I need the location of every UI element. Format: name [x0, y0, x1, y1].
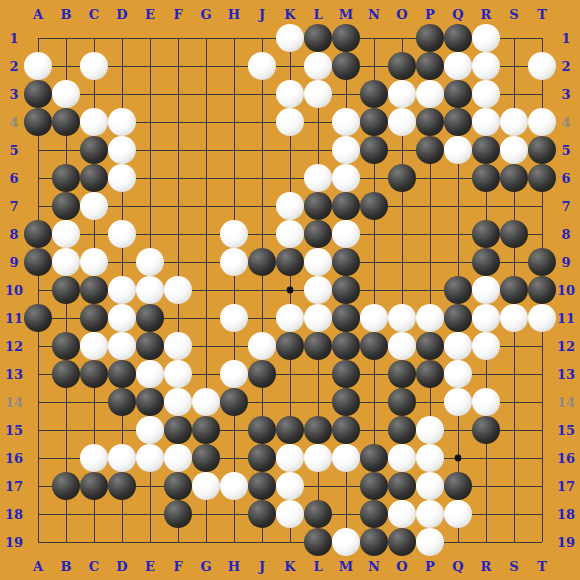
- black-stone-N12: [360, 332, 388, 360]
- col-label-bottom-A: A: [33, 560, 43, 573]
- white-stone-D6: [108, 164, 136, 192]
- black-stone-S10: [500, 276, 528, 304]
- black-stone-T10: [528, 276, 556, 304]
- white-stone-F10: [164, 276, 192, 304]
- white-stone-P15: [416, 416, 444, 444]
- black-stone-A4: [24, 108, 52, 136]
- white-stone-Q5: [444, 136, 472, 164]
- col-label-bottom-E: E: [145, 560, 155, 573]
- black-stone-A8: [24, 220, 52, 248]
- white-stone-P19: [416, 528, 444, 556]
- white-stone-Q14: [444, 388, 472, 416]
- white-stone-D4: [108, 108, 136, 136]
- black-stone-N17: [360, 472, 388, 500]
- black-stone-C17: [80, 472, 108, 500]
- black-stone-H14: [220, 388, 248, 416]
- white-stone-T4: [528, 108, 556, 136]
- row-label-right-19: 19: [557, 536, 575, 549]
- white-stone-K8: [276, 220, 304, 248]
- black-stone-G16: [192, 444, 220, 472]
- black-stone-M10: [332, 276, 360, 304]
- white-stone-O18: [388, 500, 416, 528]
- col-label-top-C: C: [89, 8, 99, 21]
- white-stone-R3: [472, 80, 500, 108]
- black-stone-B12: [52, 332, 80, 360]
- white-stone-M6: [332, 164, 360, 192]
- row-label-right-13: 13: [557, 368, 575, 381]
- white-stone-L6: [304, 164, 332, 192]
- black-stone-F15: [164, 416, 192, 444]
- white-stone-J12: [248, 332, 276, 360]
- white-stone-F16: [164, 444, 192, 472]
- star-point-Q16: [455, 455, 462, 462]
- row-label-right-4: 4: [561, 116, 570, 129]
- white-stone-R12: [472, 332, 500, 360]
- white-stone-M19: [332, 528, 360, 556]
- white-stone-K7: [276, 192, 304, 220]
- col-label-top-K: K: [284, 8, 295, 21]
- row-label-right-1: 1: [561, 32, 570, 45]
- black-stone-J16: [248, 444, 276, 472]
- row-label-left-17: 17: [5, 480, 23, 493]
- col-label-bottom-B: B: [61, 560, 72, 573]
- black-stone-P12: [416, 332, 444, 360]
- row-label-left-3: 3: [9, 88, 18, 101]
- white-stone-K17: [276, 472, 304, 500]
- black-stone-E11: [136, 304, 164, 332]
- white-stone-A2: [24, 52, 52, 80]
- white-stone-N11: [360, 304, 388, 332]
- white-stone-K16: [276, 444, 304, 472]
- row-label-left-12: 12: [5, 340, 23, 353]
- black-stone-L15: [304, 416, 332, 444]
- col-label-top-P: P: [425, 8, 435, 21]
- black-stone-F18: [164, 500, 192, 528]
- black-stone-Q1: [444, 24, 472, 52]
- black-stone-K15: [276, 416, 304, 444]
- white-stone-R14: [472, 388, 500, 416]
- white-stone-E15: [136, 416, 164, 444]
- black-stone-J17: [248, 472, 276, 500]
- black-stone-Q11: [444, 304, 472, 332]
- black-stone-R8: [472, 220, 500, 248]
- col-label-top-Q: Q: [452, 8, 463, 21]
- black-stone-M15: [332, 416, 360, 444]
- white-stone-D11: [108, 304, 136, 332]
- white-stone-B8: [52, 220, 80, 248]
- row-label-left-14: 14: [5, 396, 23, 409]
- col-label-bottom-R: R: [481, 560, 492, 573]
- white-stone-M16: [332, 444, 360, 472]
- black-stone-R5: [472, 136, 500, 164]
- col-label-bottom-F: F: [173, 560, 182, 573]
- col-label-top-H: H: [228, 8, 240, 21]
- white-stone-D12: [108, 332, 136, 360]
- black-stone-T6: [528, 164, 556, 192]
- row-label-right-14: 14: [557, 396, 575, 409]
- row-label-left-13: 13: [5, 368, 23, 381]
- black-stone-O13: [388, 360, 416, 388]
- white-stone-C7: [80, 192, 108, 220]
- black-stone-A3: [24, 80, 52, 108]
- black-stone-P5: [416, 136, 444, 164]
- col-label-top-S: S: [509, 8, 518, 21]
- row-label-right-11: 11: [557, 312, 575, 325]
- col-label-top-D: D: [116, 8, 127, 21]
- row-label-left-7: 7: [9, 200, 18, 213]
- row-label-left-5: 5: [9, 144, 18, 157]
- row-label-right-6: 6: [561, 172, 570, 185]
- star-point-K10: [287, 287, 294, 294]
- black-stone-S6: [500, 164, 528, 192]
- black-stone-C13: [80, 360, 108, 388]
- row-label-right-3: 3: [561, 88, 570, 101]
- col-label-bottom-D: D: [116, 560, 127, 573]
- col-label-bottom-G: G: [200, 560, 211, 573]
- white-stone-Q13: [444, 360, 472, 388]
- col-label-bottom-T: T: [537, 560, 547, 573]
- col-label-bottom-N: N: [368, 560, 380, 573]
- white-stone-F13: [164, 360, 192, 388]
- white-stone-Q18: [444, 500, 472, 528]
- black-stone-C11: [80, 304, 108, 332]
- black-stone-G15: [192, 416, 220, 444]
- white-stone-G17: [192, 472, 220, 500]
- row-label-right-15: 15: [557, 424, 575, 437]
- col-label-bottom-C: C: [89, 560, 99, 573]
- white-stone-P17: [416, 472, 444, 500]
- white-stone-M8: [332, 220, 360, 248]
- white-stone-R10: [472, 276, 500, 304]
- black-stone-L19: [304, 528, 332, 556]
- white-stone-E13: [136, 360, 164, 388]
- row-label-left-1: 1: [9, 32, 18, 45]
- black-stone-B7: [52, 192, 80, 220]
- black-stone-R15: [472, 416, 500, 444]
- white-stone-F12: [164, 332, 192, 360]
- white-stone-D10: [108, 276, 136, 304]
- black-stone-J9: [248, 248, 276, 276]
- black-stone-Q4: [444, 108, 472, 136]
- row-label-right-18: 18: [557, 508, 575, 521]
- col-label-bottom-M: M: [339, 560, 353, 573]
- col-label-top-M: M: [339, 8, 353, 21]
- black-stone-L7: [304, 192, 332, 220]
- black-stone-M9: [332, 248, 360, 276]
- white-stone-P11: [416, 304, 444, 332]
- white-stone-G14: [192, 388, 220, 416]
- black-stone-F17: [164, 472, 192, 500]
- black-stone-N18: [360, 500, 388, 528]
- black-stone-T5: [528, 136, 556, 164]
- white-stone-L9: [304, 248, 332, 276]
- black-stone-N4: [360, 108, 388, 136]
- row-label-left-19: 19: [5, 536, 23, 549]
- col-label-top-E: E: [145, 8, 155, 21]
- white-stone-K1: [276, 24, 304, 52]
- col-label-top-N: N: [368, 8, 380, 21]
- white-stone-D8: [108, 220, 136, 248]
- black-stone-D17: [108, 472, 136, 500]
- row-label-right-9: 9: [561, 256, 570, 269]
- black-stone-P4: [416, 108, 444, 136]
- white-stone-T11: [528, 304, 556, 332]
- col-label-bottom-K: K: [284, 560, 295, 573]
- white-stone-C9: [80, 248, 108, 276]
- white-stone-L16: [304, 444, 332, 472]
- black-stone-M11: [332, 304, 360, 332]
- black-stone-B13: [52, 360, 80, 388]
- white-stone-S5: [500, 136, 528, 164]
- black-stone-L18: [304, 500, 332, 528]
- black-stone-O14: [388, 388, 416, 416]
- black-stone-M2: [332, 52, 360, 80]
- black-stone-S8: [500, 220, 528, 248]
- white-stone-O4: [388, 108, 416, 136]
- row-label-right-16: 16: [557, 452, 575, 465]
- black-stone-R6: [472, 164, 500, 192]
- col-label-bottom-L: L: [313, 560, 322, 573]
- white-stone-R11: [472, 304, 500, 332]
- black-stone-B4: [52, 108, 80, 136]
- col-label-top-F: F: [173, 8, 182, 21]
- col-label-top-G: G: [200, 8, 211, 21]
- black-stone-J15: [248, 416, 276, 444]
- row-label-left-2: 2: [9, 60, 18, 73]
- col-label-top-A: A: [33, 8, 43, 21]
- black-stone-N5: [360, 136, 388, 164]
- white-stone-H13: [220, 360, 248, 388]
- black-stone-D14: [108, 388, 136, 416]
- white-stone-L10: [304, 276, 332, 304]
- black-stone-P2: [416, 52, 444, 80]
- row-label-left-4: 4: [9, 116, 18, 129]
- white-stone-L11: [304, 304, 332, 332]
- black-stone-T9: [528, 248, 556, 276]
- white-stone-Q2: [444, 52, 472, 80]
- col-label-top-R: R: [481, 8, 492, 21]
- black-stone-L12: [304, 332, 332, 360]
- white-stone-D16: [108, 444, 136, 472]
- black-stone-J13: [248, 360, 276, 388]
- col-label-bottom-Q: Q: [452, 560, 463, 573]
- row-label-right-10: 10: [557, 284, 575, 297]
- black-stone-Q3: [444, 80, 472, 108]
- white-stone-P18: [416, 500, 444, 528]
- white-stone-L3: [304, 80, 332, 108]
- row-label-right-12: 12: [557, 340, 575, 353]
- black-stone-O6: [388, 164, 416, 192]
- row-label-left-16: 16: [5, 452, 23, 465]
- black-stone-A9: [24, 248, 52, 276]
- black-stone-P1: [416, 24, 444, 52]
- white-stone-C4: [80, 108, 108, 136]
- black-stone-E12: [136, 332, 164, 360]
- black-stone-Q17: [444, 472, 472, 500]
- col-label-top-T: T: [537, 8, 547, 21]
- black-stone-C5: [80, 136, 108, 164]
- white-stone-R4: [472, 108, 500, 136]
- white-stone-P16: [416, 444, 444, 472]
- white-stone-K11: [276, 304, 304, 332]
- black-stone-R9: [472, 248, 500, 276]
- black-stone-O15: [388, 416, 416, 444]
- white-stone-H11: [220, 304, 248, 332]
- row-label-right-8: 8: [561, 228, 570, 241]
- black-stone-C6: [80, 164, 108, 192]
- white-stone-E9: [136, 248, 164, 276]
- black-stone-O17: [388, 472, 416, 500]
- white-stone-S4: [500, 108, 528, 136]
- black-stone-D13: [108, 360, 136, 388]
- col-label-bottom-H: H: [228, 560, 240, 573]
- col-label-bottom-P: P: [425, 560, 435, 573]
- white-stone-H17: [220, 472, 248, 500]
- black-stone-N16: [360, 444, 388, 472]
- white-stone-R1: [472, 24, 500, 52]
- white-stone-Q12: [444, 332, 472, 360]
- row-label-left-10: 10: [5, 284, 23, 297]
- white-stone-T2: [528, 52, 556, 80]
- row-label-right-17: 17: [557, 480, 575, 493]
- white-stone-K18: [276, 500, 304, 528]
- black-stone-O19: [388, 528, 416, 556]
- black-stone-N3: [360, 80, 388, 108]
- black-stone-M14: [332, 388, 360, 416]
- goban-board[interactable]: AABBCCDDEEFFGGHHJJKKLLMMNNOOPPQQRRSSTT11…: [0, 0, 580, 580]
- white-stone-H8: [220, 220, 248, 248]
- white-stone-C2: [80, 52, 108, 80]
- row-label-left-9: 9: [9, 256, 18, 269]
- white-stone-K4: [276, 108, 304, 136]
- white-stone-K3: [276, 80, 304, 108]
- white-stone-B3: [52, 80, 80, 108]
- black-stone-P13: [416, 360, 444, 388]
- black-stone-N19: [360, 528, 388, 556]
- row-label-left-15: 15: [5, 424, 23, 437]
- white-stone-J2: [248, 52, 276, 80]
- white-stone-M4: [332, 108, 360, 136]
- white-stone-O12: [388, 332, 416, 360]
- black-stone-M7: [332, 192, 360, 220]
- black-stone-K12: [276, 332, 304, 360]
- white-stone-O16: [388, 444, 416, 472]
- white-stone-D5: [108, 136, 136, 164]
- col-label-bottom-S: S: [509, 560, 518, 573]
- white-stone-R2: [472, 52, 500, 80]
- black-stone-Q10: [444, 276, 472, 304]
- black-stone-L8: [304, 220, 332, 248]
- row-label-right-5: 5: [561, 144, 570, 157]
- white-stone-S11: [500, 304, 528, 332]
- black-stone-B6: [52, 164, 80, 192]
- white-stone-P3: [416, 80, 444, 108]
- black-stone-E14: [136, 388, 164, 416]
- white-stone-M5: [332, 136, 360, 164]
- col-label-bottom-O: O: [396, 560, 407, 573]
- black-stone-A11: [24, 304, 52, 332]
- white-stone-E10: [136, 276, 164, 304]
- black-stone-M13: [332, 360, 360, 388]
- white-stone-C16: [80, 444, 108, 472]
- black-stone-M12: [332, 332, 360, 360]
- black-stone-L1: [304, 24, 332, 52]
- row-label-left-11: 11: [5, 312, 23, 325]
- white-stone-B9: [52, 248, 80, 276]
- white-stone-O11: [388, 304, 416, 332]
- black-stone-J18: [248, 500, 276, 528]
- black-stone-B10: [52, 276, 80, 304]
- black-stone-N7: [360, 192, 388, 220]
- col-label-top-O: O: [396, 8, 407, 21]
- col-label-top-J: J: [259, 8, 265, 21]
- black-stone-O2: [388, 52, 416, 80]
- row-label-left-8: 8: [9, 228, 18, 241]
- row-label-left-6: 6: [9, 172, 18, 185]
- row-label-right-7: 7: [561, 200, 570, 213]
- row-label-right-2: 2: [561, 60, 570, 73]
- col-label-bottom-J: J: [259, 560, 265, 573]
- white-stone-E16: [136, 444, 164, 472]
- black-stone-B17: [52, 472, 80, 500]
- black-stone-M1: [332, 24, 360, 52]
- black-stone-K9: [276, 248, 304, 276]
- black-stone-C10: [80, 276, 108, 304]
- white-stone-F14: [164, 388, 192, 416]
- row-label-left-18: 18: [5, 508, 23, 521]
- white-stone-H9: [220, 248, 248, 276]
- white-stone-L2: [304, 52, 332, 80]
- white-stone-C12: [80, 332, 108, 360]
- col-label-top-B: B: [61, 8, 72, 21]
- col-label-top-L: L: [313, 8, 322, 21]
- white-stone-O3: [388, 80, 416, 108]
